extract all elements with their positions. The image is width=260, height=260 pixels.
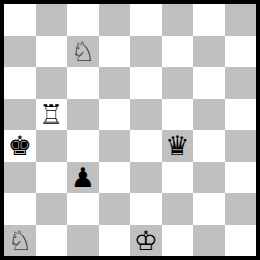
square-c5[interactable] bbox=[67, 99, 99, 131]
square-h3[interactable] bbox=[225, 162, 257, 194]
square-b4[interactable] bbox=[36, 130, 68, 162]
square-b3[interactable] bbox=[36, 162, 68, 194]
square-b1[interactable] bbox=[36, 225, 68, 257]
square-d1[interactable] bbox=[99, 225, 131, 257]
square-e4[interactable] bbox=[130, 130, 162, 162]
square-a8[interactable] bbox=[4, 4, 36, 36]
white-rook-piece[interactable]: ♖ bbox=[39, 99, 63, 131]
square-d2[interactable] bbox=[99, 193, 131, 225]
square-b5[interactable]: ♖ bbox=[36, 99, 68, 131]
square-g4[interactable] bbox=[193, 130, 225, 162]
square-g1[interactable] bbox=[193, 225, 225, 257]
square-a5[interactable] bbox=[4, 99, 36, 131]
square-d3[interactable] bbox=[99, 162, 131, 194]
square-e5[interactable] bbox=[130, 99, 162, 131]
square-c2[interactable] bbox=[67, 193, 99, 225]
square-h7[interactable] bbox=[225, 36, 257, 68]
square-h8[interactable] bbox=[225, 4, 257, 36]
square-f1[interactable] bbox=[162, 225, 194, 257]
black-pawn-piece[interactable]: ♟ bbox=[71, 162, 95, 194]
square-f6[interactable] bbox=[162, 67, 194, 99]
square-g8[interactable] bbox=[193, 4, 225, 36]
square-b7[interactable] bbox=[36, 36, 68, 68]
square-c6[interactable] bbox=[67, 67, 99, 99]
square-g2[interactable] bbox=[193, 193, 225, 225]
white-knight-piece[interactable]: ♘ bbox=[8, 225, 32, 257]
square-e2[interactable] bbox=[130, 193, 162, 225]
square-f5[interactable] bbox=[162, 99, 194, 131]
square-h6[interactable] bbox=[225, 67, 257, 99]
square-f4[interactable]: ♛ bbox=[162, 130, 194, 162]
square-c3[interactable]: ♟ bbox=[67, 162, 99, 194]
square-f2[interactable] bbox=[162, 193, 194, 225]
square-g3[interactable] bbox=[193, 162, 225, 194]
square-a6[interactable] bbox=[4, 67, 36, 99]
square-a4[interactable]: ♚ bbox=[4, 130, 36, 162]
square-b2[interactable] bbox=[36, 193, 68, 225]
square-f7[interactable] bbox=[162, 36, 194, 68]
square-f8[interactable] bbox=[162, 4, 194, 36]
square-c7[interactable]: ♘ bbox=[67, 36, 99, 68]
square-g6[interactable] bbox=[193, 67, 225, 99]
square-h1[interactable] bbox=[225, 225, 257, 257]
square-g5[interactable] bbox=[193, 99, 225, 131]
square-e6[interactable] bbox=[130, 67, 162, 99]
square-d5[interactable] bbox=[99, 99, 131, 131]
square-e7[interactable] bbox=[130, 36, 162, 68]
square-d6[interactable] bbox=[99, 67, 131, 99]
white-king-piece[interactable]: ♔ bbox=[134, 225, 158, 257]
square-d8[interactable] bbox=[99, 4, 131, 36]
square-h4[interactable] bbox=[225, 130, 257, 162]
square-c1[interactable] bbox=[67, 225, 99, 257]
square-d4[interactable] bbox=[99, 130, 131, 162]
square-a3[interactable] bbox=[4, 162, 36, 194]
square-e3[interactable] bbox=[130, 162, 162, 194]
white-knight-piece[interactable]: ♘ bbox=[71, 36, 95, 68]
square-b8[interactable] bbox=[36, 4, 68, 36]
black-king-piece[interactable]: ♚ bbox=[8, 130, 32, 162]
square-e8[interactable] bbox=[130, 4, 162, 36]
square-g7[interactable] bbox=[193, 36, 225, 68]
chess-board: ♘♖♚♛♟♘♔ bbox=[4, 4, 256, 256]
square-a7[interactable] bbox=[4, 36, 36, 68]
black-queen-piece[interactable]: ♛ bbox=[165, 130, 189, 162]
square-f3[interactable] bbox=[162, 162, 194, 194]
square-a1[interactable]: ♘ bbox=[4, 225, 36, 257]
square-h2[interactable] bbox=[225, 193, 257, 225]
square-c4[interactable] bbox=[67, 130, 99, 162]
square-e1[interactable]: ♔ bbox=[130, 225, 162, 257]
square-c8[interactable] bbox=[67, 4, 99, 36]
square-b6[interactable] bbox=[36, 67, 68, 99]
chess-board-frame: ♘♖♚♛♟♘♔ bbox=[0, 0, 260, 260]
square-d7[interactable] bbox=[99, 36, 131, 68]
square-a2[interactable] bbox=[4, 193, 36, 225]
square-h5[interactable] bbox=[225, 99, 257, 131]
